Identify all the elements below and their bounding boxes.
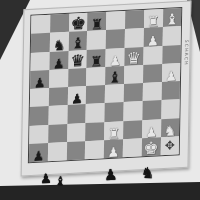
captured-black-piece: ♝ xyxy=(55,175,66,188)
square-r7c8: ♞ xyxy=(161,118,180,137)
square-r8c7: ♚ xyxy=(142,137,161,156)
square-r2c1 xyxy=(31,33,50,52)
square-r7c6 xyxy=(123,120,142,139)
square-r4c5: ♝ xyxy=(105,66,124,85)
square-r1c2 xyxy=(50,14,69,33)
square-r5c7 xyxy=(142,82,161,101)
square-r5c1 xyxy=(30,88,49,107)
square-r2c2: ♞ xyxy=(50,32,69,51)
square-r3c3: ♛ xyxy=(68,50,87,69)
square-r1c7: ♜ xyxy=(144,9,163,28)
square-r4c1: ♟ xyxy=(30,70,49,89)
square-r1c6 xyxy=(125,10,144,29)
square-r2c3: ♝ xyxy=(68,31,87,50)
square-r5c6 xyxy=(124,83,143,102)
square-r1c4: ♜ xyxy=(87,12,106,31)
photo-scene: ♚♜♜♝♞♝♟♟♛♜♟♛♟♝♟♟♜♟♞♟♟♚✥ SCHACH ♟♝♟♞ xyxy=(0,0,200,200)
square-r4c4 xyxy=(86,67,105,86)
square-r4c2 xyxy=(49,69,68,88)
square-r5c5 xyxy=(105,84,124,103)
square-r8c4 xyxy=(85,140,104,159)
square-r8c5: ♟ xyxy=(104,139,123,158)
square-r8c3 xyxy=(66,141,85,160)
square-r6c5 xyxy=(105,103,124,122)
white-pawn: ♟ xyxy=(108,146,120,160)
square-r1c5 xyxy=(106,11,125,30)
square-r8c1: ♟ xyxy=(29,143,48,162)
chess-board: ♚♜♜♝♞♝♟♟♛♜♟♛♟♝♟♟♜♟♞♟♟♚✥ SCHACH xyxy=(21,0,192,176)
square-r8c8: ✥ xyxy=(160,136,179,155)
square-r2c7: ♟ xyxy=(143,27,162,46)
square-r7c3 xyxy=(67,123,86,142)
board-brand-text: SCHACH xyxy=(184,40,189,66)
square-r6c2 xyxy=(48,106,67,125)
captured-black-piece: ♞ xyxy=(141,166,155,181)
square-r2c4 xyxy=(87,30,106,49)
square-r6c3 xyxy=(67,105,86,124)
square-r4c3 xyxy=(68,68,87,87)
square-r1c8: ♝ xyxy=(163,8,182,27)
square-r3c8 xyxy=(162,45,181,64)
square-r7c2 xyxy=(48,124,67,143)
square-r7c7: ♟ xyxy=(142,119,161,138)
square-r2c5 xyxy=(106,29,125,48)
square-r7c5: ♜ xyxy=(104,121,123,140)
square-r7c4 xyxy=(86,122,105,141)
square-r1c3: ♚ xyxy=(69,13,88,32)
square-r5c2 xyxy=(49,87,68,106)
captured-black-piece: ♟ xyxy=(40,172,52,185)
square-r2c6 xyxy=(125,28,144,47)
square-r1c1 xyxy=(31,15,50,34)
square-r3c6: ♛ xyxy=(124,47,143,66)
square-r3c2: ♟ xyxy=(49,51,68,70)
black-pawn: ♟ xyxy=(32,150,44,164)
square-r6c4 xyxy=(86,104,105,123)
square-r5c3: ♟ xyxy=(67,86,86,105)
table-edge-shadow xyxy=(0,182,200,200)
board-corner-logo-icon: ✥ xyxy=(165,139,175,152)
white-king: ♚ xyxy=(143,140,159,158)
square-r5c4 xyxy=(86,85,105,104)
square-r6c1 xyxy=(30,107,49,126)
square-r3c1 xyxy=(30,51,49,70)
square-r4c8: ♟ xyxy=(162,63,181,82)
square-r3c4: ♜ xyxy=(87,49,106,68)
square-r3c7 xyxy=(143,46,162,65)
square-r6c6 xyxy=(123,102,142,121)
square-r2c8 xyxy=(162,26,181,45)
square-r7c1 xyxy=(29,125,48,144)
board-grid: ♚♜♜♝♞♝♟♟♛♜♟♛♟♝♟♟♜♟♞♟♟♚✥ xyxy=(28,7,183,164)
square-r4c6 xyxy=(124,65,143,84)
square-r6c8 xyxy=(161,100,180,119)
square-r4c7 xyxy=(143,64,162,83)
square-r8c6 xyxy=(123,138,142,157)
square-r3c5: ♟ xyxy=(106,48,125,67)
captured-black-piece: ♟ xyxy=(104,168,118,184)
square-r8c2 xyxy=(48,142,67,161)
square-r5c8 xyxy=(161,81,180,100)
square-r6c7 xyxy=(142,101,161,120)
